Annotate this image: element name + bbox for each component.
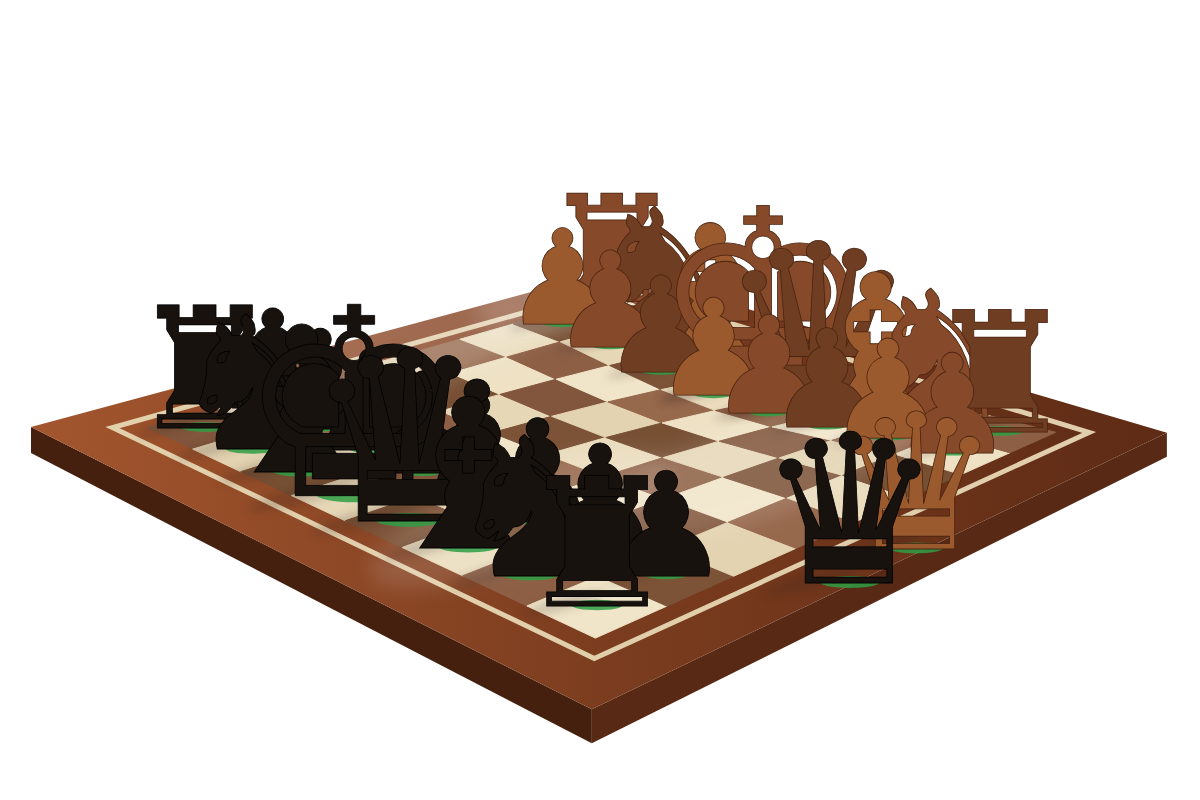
- product-photo-canvas: ♜♟♞♟♝♟♚♟♛♟♟♝♞♟♜♟♜♟♞♟♟♝♟♚♟♛♟♝♟♛♞♟♛♜: [0, 0, 1200, 800]
- queen-glyph: ♛: [757, 390, 943, 632]
- piece-black-rook-a8[interactable]: ♜: [517, 440, 677, 648]
- chess-board-photo: ♜♟♞♟♝♟♚♟♛♟♟♝♞♟♜♟♜♟♞♟♟♝♟♚♟♛♟♝♟♛♞♟♛♜: [0, 0, 1200, 800]
- rook-glyph: ♜: [517, 440, 677, 648]
- piece-black-queen-extra[interactable]: ♛: [757, 390, 943, 632]
